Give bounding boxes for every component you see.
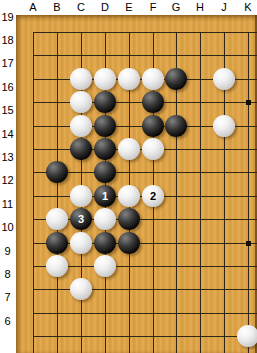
row-label: 19 [0, 11, 15, 24]
stone-black-B13[interactable] [46, 161, 68, 183]
column-label: A [25, 1, 41, 14]
stone-white-F14[interactable] [142, 138, 164, 160]
row-label: 10 [0, 221, 15, 234]
row-label: 8 [0, 268, 15, 281]
stone-black-G17[interactable] [165, 68, 187, 90]
stone-white-C17[interactable] [70, 68, 92, 90]
stone-black-C11[interactable]: 3 [70, 208, 92, 230]
move-number: 2 [150, 190, 156, 202]
stone-white-J15[interactable] [213, 115, 235, 137]
stone-black-F15[interactable] [142, 115, 164, 137]
star-point [246, 241, 251, 246]
stone-black-C14[interactable] [70, 138, 92, 160]
column-label: C [73, 1, 89, 14]
stone-black-D14[interactable] [94, 138, 116, 160]
row-label: 11 [0, 198, 15, 211]
stone-white-E12[interactable] [118, 185, 140, 207]
stone-white-F17[interactable] [142, 68, 164, 90]
stone-white-E17[interactable] [118, 68, 140, 90]
stone-white-D9[interactable] [94, 255, 116, 277]
grid-line-vertical [33, 32, 34, 353]
stone-black-E11[interactable] [118, 208, 140, 230]
stone-black-D10[interactable] [94, 232, 116, 254]
stone-black-D15[interactable] [94, 115, 116, 137]
move-number: 1 [102, 190, 108, 202]
stone-white-D11[interactable] [94, 208, 116, 230]
column-label: E [121, 1, 137, 14]
row-label: 6 [0, 315, 15, 328]
row-label: 18 [0, 34, 15, 47]
stone-white-C8[interactable] [70, 278, 92, 300]
column-label: G [168, 1, 184, 14]
column-label: H [192, 1, 208, 14]
column-label: J [216, 1, 232, 14]
stone-white-E14[interactable] [118, 138, 140, 160]
stone-white-C15[interactable] [70, 115, 92, 137]
row-label: 16 [0, 81, 15, 94]
row-label: 17 [0, 57, 15, 70]
stone-black-E10[interactable] [118, 232, 140, 254]
column-label: K [240, 1, 256, 14]
stone-black-D12[interactable]: 1 [94, 185, 116, 207]
move-number: 3 [78, 213, 84, 225]
stone-white-C12[interactable] [70, 185, 92, 207]
column-label: B [49, 1, 65, 14]
grid-line-vertical [200, 32, 201, 353]
stone-black-B10[interactable] [46, 232, 68, 254]
stone-white-C10[interactable] [70, 232, 92, 254]
stone-white-C16[interactable] [70, 91, 92, 113]
stone-black-D16[interactable] [94, 91, 116, 113]
column-label: D [97, 1, 113, 14]
star-point [246, 100, 251, 105]
stone-black-G15[interactable] [165, 115, 187, 137]
row-label: 7 [0, 291, 15, 304]
stone-black-F16[interactable] [142, 91, 164, 113]
go-board[interactable]: 123 [16, 15, 257, 353]
stone-white-J17[interactable] [213, 68, 235, 90]
go-diagram: ABCDEFGHJK 191817161514131211109876 123 [0, 0, 257, 353]
stone-white-K6[interactable] [237, 325, 257, 347]
grid-line-vertical [248, 32, 249, 353]
row-label: 9 [0, 245, 15, 258]
column-label: F [145, 1, 161, 14]
row-label: 14 [0, 128, 15, 141]
row-label: 15 [0, 104, 15, 117]
row-label: 12 [0, 174, 15, 187]
stone-black-D13[interactable] [94, 161, 116, 183]
stone-white-F12[interactable]: 2 [142, 185, 164, 207]
stone-white-D17[interactable] [94, 68, 116, 90]
row-label: 13 [0, 151, 15, 164]
stone-white-B11[interactable] [46, 208, 68, 230]
grid-line-vertical [57, 32, 58, 353]
stone-white-B9[interactable] [46, 255, 68, 277]
